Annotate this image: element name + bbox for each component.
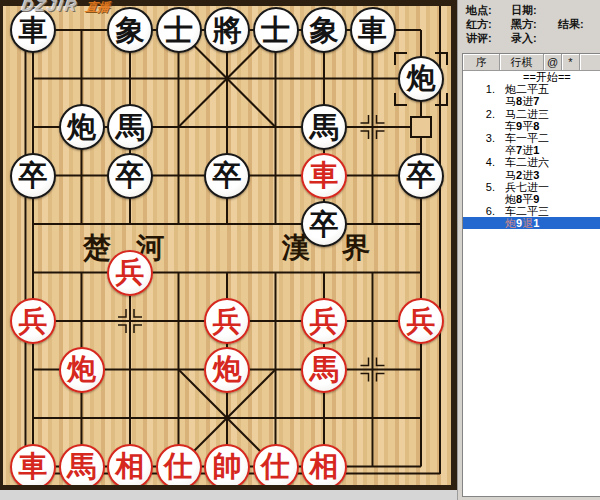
board-point-marker [361, 131, 369, 139]
game-info-panel: 地点: 日期: 红方: 黑方: 结果: 讲评: 录入: 序 行棋 @ * ==开… [457, 0, 600, 500]
recorder-label: 录入: [511, 31, 537, 46]
piece-black[interactable]: 卒 [107, 153, 153, 199]
piece-red[interactable]: 兵 [107, 250, 153, 296]
piece-black[interactable]: 士 [156, 7, 202, 53]
move-row[interactable]: 卒7进1 [463, 144, 600, 156]
move-text: 车二进六 [500, 156, 549, 168]
move-seq [463, 144, 500, 156]
move-row[interactable]: 炮8平9 [463, 193, 600, 205]
piece-red[interactable]: 相 [301, 444, 347, 490]
board-point-marker [118, 309, 126, 317]
header-at[interactable]: @ [544, 54, 562, 71]
move-text: 炮9退1 [500, 217, 539, 229]
board-point-marker [118, 325, 126, 333]
move-text: 卒7进1 [500, 144, 539, 156]
board-edge-top [0, 0, 457, 6]
move-text: 炮8平9 [500, 193, 539, 205]
move-row[interactable]: 2.马二进三 [463, 108, 600, 120]
move-text: 炮二平五 [500, 83, 549, 95]
move-seq: 2. [463, 108, 500, 120]
board-point-marker [134, 325, 142, 333]
move-text: 兵七进一 [500, 181, 549, 193]
move-row[interactable]: 4.车二进六 [463, 156, 600, 168]
board-point-marker [377, 374, 385, 382]
location-label: 地点: [466, 3, 492, 18]
move-row[interactable]: 5.兵七进一 [463, 181, 600, 193]
move-text: 车9平8 [500, 120, 539, 132]
move-seq: 4. [463, 156, 500, 168]
move-seq [463, 120, 500, 132]
move-seq [463, 169, 500, 181]
move-seq: 1. [463, 83, 500, 95]
move-row[interactable]: 车9平8 [463, 120, 600, 132]
board-point-marker [377, 358, 385, 366]
board-point-marker [361, 374, 369, 382]
date-label: 日期: [511, 3, 537, 18]
move-seq [463, 95, 500, 107]
last-move-origin-marker [410, 116, 432, 138]
piece-black[interactable]: 馬 [301, 104, 347, 150]
black-side-label: 黑方: [511, 17, 537, 32]
header-moves[interactable]: 行棋 [500, 54, 544, 71]
piece-black[interactable]: 車 [10, 7, 56, 53]
move-list-header: 序 行棋 @ * [463, 54, 600, 71]
move-row[interactable]: 马2进3 [463, 169, 600, 181]
move-row[interactable]: 1.炮二平五 [463, 83, 600, 95]
board-point-marker [361, 358, 369, 366]
board-edge-left [0, 0, 3, 490]
piece-red[interactable]: 兵 [10, 298, 56, 344]
move-text: ==开始== [500, 71, 571, 83]
move-text: 车二平三 [500, 205, 549, 217]
piece-black[interactable]: 士 [253, 7, 299, 53]
piece-black[interactable]: 象 [301, 7, 347, 53]
board-point-marker [377, 131, 385, 139]
move-text: 马8进7 [500, 95, 539, 107]
red-side-label: 红方: [466, 17, 492, 32]
piece-red[interactable]: 車 [301, 153, 347, 199]
move-seq [463, 71, 500, 83]
xiangqi-board[interactable]: 楚 河 漢 界 車象士將士象車炮炮馬馬卒卒卒卒卒車兵兵兵兵兵炮炮馬車馬相仕帥仕相… [0, 0, 457, 490]
last-move-dest-marker [394, 52, 448, 106]
board-grid-lines [0, 0, 457, 490]
piece-black[interactable]: 車 [350, 7, 396, 53]
board-point-marker [377, 115, 385, 123]
move-text: 车一平二 [500, 132, 549, 144]
board-point-marker [134, 309, 142, 317]
piece-red[interactable]: 馬 [59, 444, 105, 490]
result-label: 结果: [558, 17, 584, 32]
piece-red[interactable]: 炮 [59, 347, 105, 393]
move-text: 马二进三 [500, 108, 549, 120]
move-text: 马2进3 [500, 169, 539, 181]
move-row-selected[interactable]: 炮9退1 [463, 217, 600, 229]
piece-red[interactable]: 馬 [301, 347, 347, 393]
piece-black[interactable]: 馬 [107, 104, 153, 150]
move-seq: 5. [463, 181, 500, 193]
move-row[interactable]: 3.车一平二 [463, 132, 600, 144]
move-list-rows: ==开始==1.炮二平五马8进72.马二进三车9平83.车一平二卒7进14.车二… [463, 71, 600, 229]
bottom-gray-strip [0, 490, 457, 500]
header-seq[interactable]: 序 [463, 54, 500, 71]
move-row[interactable]: 6.车二平三 [463, 205, 600, 217]
piece-black[interactable]: 將 [204, 7, 250, 53]
piece-red[interactable]: 兵 [301, 298, 347, 344]
comment-label: 讲评: [466, 31, 492, 46]
piece-red[interactable]: 兵 [204, 298, 250, 344]
move-seq: 3. [463, 132, 500, 144]
header-filler [580, 54, 600, 71]
board-point-marker [361, 115, 369, 123]
move-seq: 6. [463, 205, 500, 217]
piece-black[interactable]: 炮 [59, 104, 105, 150]
river-label-jie: 界 [342, 229, 370, 267]
piece-black[interactable]: 象 [107, 7, 153, 53]
piece-red[interactable]: 帥 [204, 444, 250, 490]
move-row[interactable]: 马8进7 [463, 95, 600, 107]
move-list[interactable]: 序 行棋 @ * ==开始==1.炮二平五马8进72.马二进三车9平83.车一平… [462, 53, 600, 497]
move-row[interactable]: ==开始== [463, 71, 600, 83]
piece-black[interactable]: 卒 [301, 201, 347, 247]
piece-black[interactable]: 卒 [204, 153, 250, 199]
piece-red[interactable]: 炮 [204, 347, 250, 393]
piece-red[interactable]: 相 [107, 444, 153, 490]
piece-red[interactable]: 車 [10, 444, 56, 490]
piece-black[interactable]: 卒 [10, 153, 56, 199]
header-star[interactable]: * [562, 54, 580, 71]
move-seq [463, 193, 500, 205]
piece-black[interactable]: 卒 [398, 153, 444, 199]
piece-red[interactable]: 兵 [398, 298, 444, 344]
piece-red[interactable]: 仕 [156, 444, 202, 490]
piece-red[interactable]: 仕 [253, 444, 299, 490]
move-seq [463, 217, 500, 229]
river-label-chu: 楚 [83, 229, 111, 267]
